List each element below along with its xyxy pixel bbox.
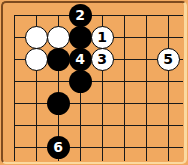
white-stone: 1	[91, 26, 114, 49]
move-number: 1	[97, 30, 107, 44]
black-stone	[69, 70, 92, 93]
grid-line-horizontal	[14, 103, 183, 104]
grid-line-horizontal	[14, 15, 183, 16]
white-stone	[47, 26, 70, 49]
move-number: 6	[53, 140, 63, 154]
go-board: 214356	[0, 0, 188, 165]
move-number: 5	[163, 52, 173, 66]
move-number: 2	[75, 8, 85, 22]
grid-line-horizontal	[14, 81, 183, 82]
move-number: 4	[75, 52, 85, 66]
black-stone: 2	[69, 4, 92, 27]
white-stone: 3	[91, 48, 114, 71]
grid-line-horizontal	[14, 125, 183, 126]
move-number: 3	[97, 52, 107, 66]
black-stone: 6	[47, 136, 70, 159]
black-stone	[47, 48, 70, 71]
black-stone: 4	[69, 48, 92, 71]
board-frame	[1, 1, 187, 164]
black-stone	[69, 26, 92, 49]
white-stone	[25, 26, 48, 49]
white-stone: 5	[157, 48, 180, 71]
black-stone	[47, 92, 70, 115]
grid-line-horizontal	[14, 147, 183, 148]
white-stone	[25, 48, 48, 71]
